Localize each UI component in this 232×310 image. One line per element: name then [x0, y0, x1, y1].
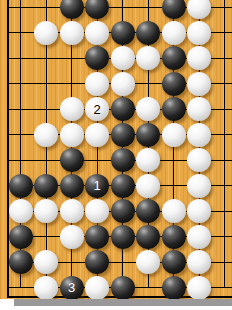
black-stone [85, 0, 109, 19]
white-stone [85, 199, 109, 223]
white-stone [60, 225, 84, 249]
white-stone [162, 199, 186, 223]
white-stone [136, 148, 160, 172]
white-stone [34, 123, 58, 147]
black-stone [9, 225, 33, 249]
white-stone [187, 72, 211, 96]
white-stone [34, 250, 58, 274]
white-stone [9, 199, 33, 223]
white-stone [85, 276, 109, 300]
black-stone [162, 46, 186, 70]
black-stone [111, 123, 135, 147]
white-stone [187, 250, 211, 274]
black-stone [162, 276, 186, 300]
black-stone [136, 199, 160, 223]
go-board-diagram: 213 [0, 0, 232, 310]
black-stone: 3 [60, 276, 84, 300]
white-stone [60, 199, 84, 223]
vertical-grid-line [224, 0, 225, 288]
black-stone [9, 250, 33, 274]
white-stone [187, 97, 211, 121]
white-stone [187, 46, 211, 70]
white-stone [162, 21, 186, 45]
black-stone [162, 225, 186, 249]
white-stone [60, 21, 84, 45]
black-stone [136, 123, 160, 147]
black-stone [111, 21, 135, 45]
black-stone [85, 250, 109, 274]
black-stone [60, 0, 84, 19]
white-stone [187, 0, 211, 19]
white-stone [187, 276, 211, 300]
black-stone [9, 174, 33, 198]
white-stone [187, 174, 211, 198]
white-stone [187, 21, 211, 45]
board-left-edge [7, 0, 9, 298]
white-stone [162, 123, 186, 147]
black-stone [111, 225, 135, 249]
white-stone [85, 123, 109, 147]
black-stone [111, 276, 135, 300]
move-number-label: 3 [68, 281, 75, 294]
black-stone [111, 174, 135, 198]
white-stone [111, 72, 135, 96]
white-stone [34, 276, 58, 300]
black-stone [162, 250, 186, 274]
move-number-label: 1 [93, 179, 100, 192]
black-stone [60, 148, 84, 172]
black-stone [111, 97, 135, 121]
white-stone [60, 97, 84, 121]
white-stone [187, 123, 211, 147]
black-stone [85, 225, 109, 249]
black-stone [111, 199, 135, 223]
white-stone [136, 250, 160, 274]
white-stone [34, 199, 58, 223]
white-stone [85, 21, 109, 45]
black-stone [162, 0, 186, 19]
move-number-label: 2 [93, 103, 100, 116]
black-stone [162, 72, 186, 96]
white-stone [136, 174, 160, 198]
white-stone [187, 199, 211, 223]
black-stone [136, 225, 160, 249]
white-stone [187, 225, 211, 249]
black-stone [136, 21, 160, 45]
white-stone [85, 72, 109, 96]
black-stone [85, 46, 109, 70]
black-stone: 1 [85, 174, 109, 198]
board-drop-shadow [14, 299, 232, 306]
white-stone [34, 21, 58, 45]
white-stone [136, 46, 160, 70]
black-stone [34, 174, 58, 198]
white-stone [136, 97, 160, 121]
white-stone [111, 46, 135, 70]
white-stone: 2 [85, 97, 109, 121]
black-stone [162, 97, 186, 121]
go-board[interactable]: 213 [0, 0, 232, 299]
black-stone [60, 174, 84, 198]
white-stone [60, 123, 84, 147]
black-stone [111, 148, 135, 172]
white-stone [187, 148, 211, 172]
